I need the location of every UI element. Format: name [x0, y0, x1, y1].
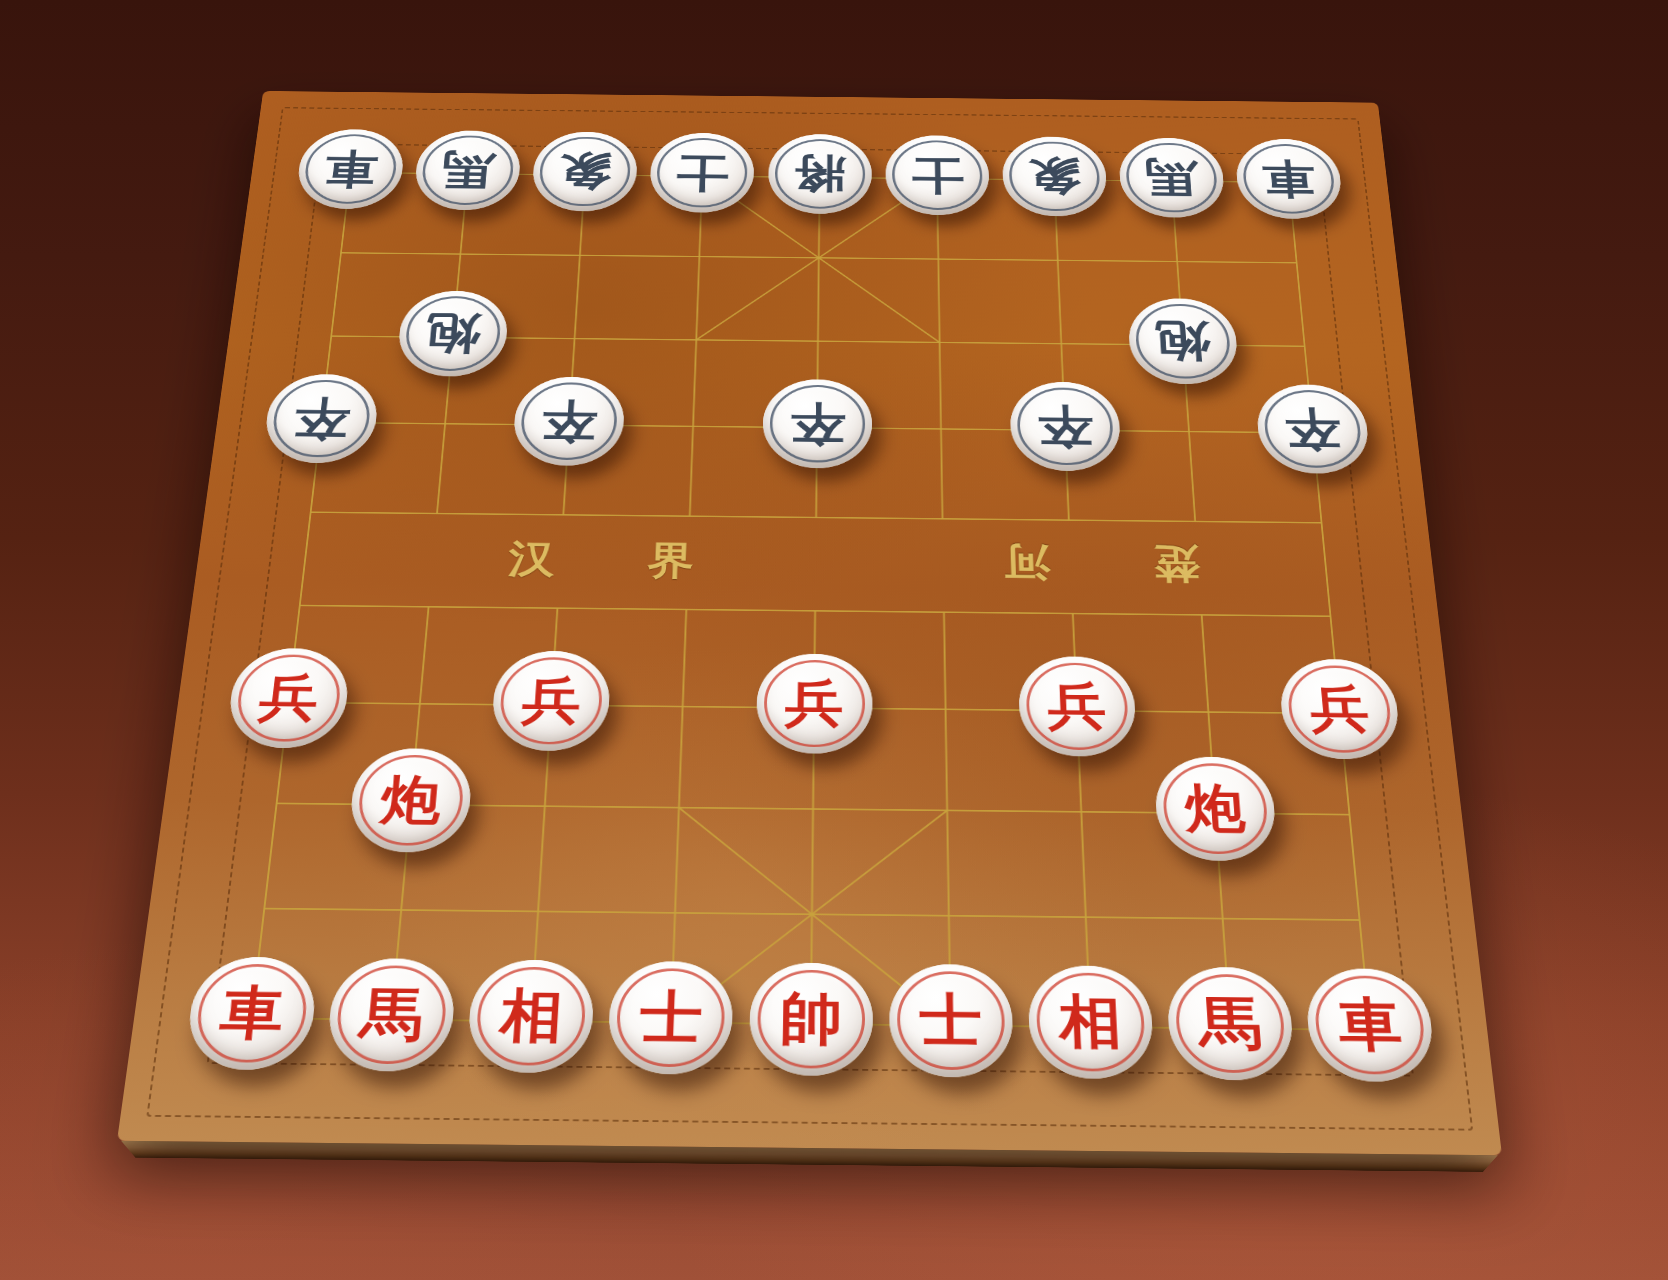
piece-character: 士 [639, 988, 704, 1046]
piece-character: 馬 [440, 150, 496, 191]
piece-character: 士 [911, 155, 964, 196]
piece-character: 車 [1336, 996, 1404, 1054]
piece-character: 卒 [540, 398, 598, 444]
xiangqi-board[interactable]: 汉界 楚河 車馬象士將士象馬車炮炮卒卒卒卒卒兵兵兵兵兵炮炮車馬相士帥士相馬車 [117, 91, 1502, 1155]
piece-character: 兵 [784, 678, 843, 729]
piece-character: 象 [558, 151, 613, 192]
piece-character: 兵 [1046, 680, 1107, 731]
board-perspective-wrap: 汉界 楚河 車馬象士將士象馬車炮炮卒卒卒卒卒兵兵兵兵兵炮炮車馬相士帥士相馬車 [117, 91, 1502, 1155]
piece-character: 象 [1027, 156, 1081, 197]
piece-character: 炮 [1154, 319, 1211, 363]
river-label-hanjie: 汉界 [507, 533, 787, 588]
table-background: 汉界 楚河 車馬象士將士象馬車炮炮卒卒卒卒卒兵兵兵兵兵炮炮車馬相士帥士相馬車 [0, 0, 1668, 1280]
piece-character: 車 [1261, 158, 1317, 199]
piece-character: 炮 [379, 773, 444, 826]
piece-character: 相 [498, 987, 564, 1045]
piece-character: 炮 [424, 311, 482, 355]
piece-character: 士 [675, 152, 729, 193]
piece-character: 相 [1058, 993, 1123, 1051]
piece-character: 兵 [520, 675, 582, 726]
piece-character: 車 [322, 148, 379, 189]
piece-character: 兵 [1308, 683, 1372, 734]
piece-character: 將 [793, 153, 846, 194]
piece-character: 卒 [291, 396, 352, 442]
piece-character: 卒 [1036, 403, 1093, 449]
piece-character: 炮 [1183, 782, 1247, 835]
piece-character: 馬 [1197, 994, 1263, 1052]
river-label-chuhe: 楚河 [901, 535, 1202, 590]
piece-character: 帥 [779, 990, 842, 1048]
piece-character: 馬 [1144, 157, 1199, 198]
piece-character: 馬 [358, 986, 426, 1044]
piece-character: 卒 [1283, 406, 1343, 452]
piece-character: 士 [919, 991, 982, 1049]
piece-character: 卒 [789, 401, 845, 447]
piece-character: 兵 [257, 672, 322, 723]
piece-character: 車 [217, 984, 286, 1042]
